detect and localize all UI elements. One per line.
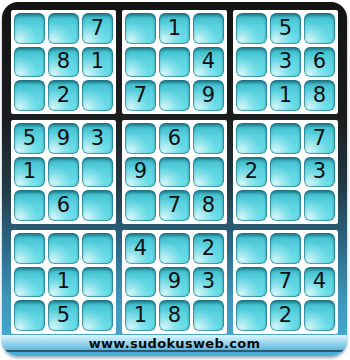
cell-r9c6[interactable] <box>193 300 224 331</box>
cell-r8c7[interactable] <box>236 267 267 298</box>
cell-r7c6[interactable]: 2 <box>193 233 224 264</box>
cell-r3c5[interactable] <box>159 80 190 111</box>
sudoku-box-3-2: 429318 <box>122 230 227 334</box>
cell-r5c6[interactable] <box>193 157 224 188</box>
cell-r6c6[interactable]: 8 <box>193 190 224 221</box>
cell-r2c1[interactable] <box>14 47 45 78</box>
cell-r8c1[interactable] <box>14 267 45 298</box>
cell-r2c3[interactable]: 1 <box>82 47 113 78</box>
cell-r3c7[interactable] <box>236 80 267 111</box>
cell-r5c9[interactable]: 3 <box>304 157 335 188</box>
cell-r3c9[interactable]: 8 <box>304 80 335 111</box>
cell-r4c9[interactable]: 7 <box>304 123 335 154</box>
sudoku-box-2-1: 59316 <box>11 120 116 224</box>
cell-r1c3[interactable]: 7 <box>82 13 113 44</box>
watermark-text: www.sudokusweb.com <box>89 336 261 351</box>
cell-r1c6[interactable] <box>193 13 224 44</box>
cell-r4c3[interactable]: 3 <box>82 123 113 154</box>
sudoku-box-3-1: 15 <box>11 230 116 334</box>
cell-r6c8[interactable] <box>270 190 301 221</box>
sudoku-grid: 781214795361859316697872315429318742 <box>11 10 338 334</box>
cell-r5c3[interactable] <box>82 157 113 188</box>
cell-r7c2[interactable] <box>48 233 79 264</box>
cell-r1c1[interactable] <box>14 13 45 44</box>
cell-r8c6[interactable]: 3 <box>193 267 224 298</box>
cell-r1c2[interactable] <box>48 13 79 44</box>
cell-r2c6[interactable]: 4 <box>193 47 224 78</box>
cell-r7c7[interactable] <box>236 233 267 264</box>
cell-r9c7[interactable] <box>236 300 267 331</box>
cell-r1c5[interactable]: 1 <box>159 13 190 44</box>
cell-r3c8[interactable]: 1 <box>270 80 301 111</box>
cell-r2c5[interactable] <box>159 47 190 78</box>
sudoku-box-1-1: 7812 <box>11 10 116 114</box>
cell-r5c5[interactable] <box>159 157 190 188</box>
cell-r7c4[interactable]: 4 <box>125 233 156 264</box>
cell-r8c2[interactable]: 1 <box>48 267 79 298</box>
cell-r4c1[interactable]: 5 <box>14 123 45 154</box>
cell-r6c3[interactable] <box>82 190 113 221</box>
cell-r2c8[interactable]: 3 <box>270 47 301 78</box>
sudoku-box-3-3: 742 <box>233 230 338 334</box>
cell-r9c1[interactable] <box>14 300 45 331</box>
cell-r5c2[interactable] <box>48 157 79 188</box>
cell-r4c4[interactable] <box>125 123 156 154</box>
cell-r5c4[interactable]: 9 <box>125 157 156 188</box>
sudoku-box-1-2: 1479 <box>122 10 227 114</box>
cell-r6c7[interactable] <box>236 190 267 221</box>
cell-r1c7[interactable] <box>236 13 267 44</box>
cell-r1c9[interactable] <box>304 13 335 44</box>
cell-r8c4[interactable] <box>125 267 156 298</box>
cell-r5c1[interactable]: 1 <box>14 157 45 188</box>
cell-r1c8[interactable]: 5 <box>270 13 301 44</box>
cell-r6c1[interactable] <box>14 190 45 221</box>
cell-r6c9[interactable] <box>304 190 335 221</box>
cell-r7c3[interactable] <box>82 233 113 264</box>
cell-r8c3[interactable] <box>82 267 113 298</box>
cell-r4c8[interactable] <box>270 123 301 154</box>
sudoku-box-2-3: 723 <box>233 120 338 224</box>
cell-r4c7[interactable] <box>236 123 267 154</box>
cell-r3c4[interactable]: 7 <box>125 80 156 111</box>
cell-r4c6[interactable] <box>193 123 224 154</box>
cell-r3c3[interactable] <box>82 80 113 111</box>
cell-r9c5[interactable]: 8 <box>159 300 190 331</box>
cell-r4c5[interactable]: 6 <box>159 123 190 154</box>
cell-r9c9[interactable] <box>304 300 335 331</box>
cell-r2c2[interactable]: 8 <box>48 47 79 78</box>
cell-r6c4[interactable] <box>125 190 156 221</box>
cell-r7c1[interactable] <box>14 233 45 264</box>
cell-r3c2[interactable]: 2 <box>48 80 79 111</box>
cell-r8c5[interactable]: 9 <box>159 267 190 298</box>
watermark-bar: www.sudokusweb.com <box>2 335 347 352</box>
cell-r8c8[interactable]: 7 <box>270 267 301 298</box>
cell-r7c5[interactable] <box>159 233 190 264</box>
cell-r7c9[interactable] <box>304 233 335 264</box>
cell-r4c2[interactable]: 9 <box>48 123 79 154</box>
cell-r2c9[interactable]: 6 <box>304 47 335 78</box>
cell-r9c3[interactable] <box>82 300 113 331</box>
cell-r9c2[interactable]: 5 <box>48 300 79 331</box>
sudoku-box-2-2: 6978 <box>122 120 227 224</box>
cell-r9c8[interactable]: 2 <box>270 300 301 331</box>
cell-r1c4[interactable] <box>125 13 156 44</box>
cell-r7c8[interactable] <box>270 233 301 264</box>
cell-r2c7[interactable] <box>236 47 267 78</box>
cell-r2c4[interactable] <box>125 47 156 78</box>
cell-r8c9[interactable]: 4 <box>304 267 335 298</box>
cell-r3c6[interactable]: 9 <box>193 80 224 111</box>
cell-r5c7[interactable]: 2 <box>236 157 267 188</box>
cell-r9c4[interactable]: 1 <box>125 300 156 331</box>
cell-r6c2[interactable]: 6 <box>48 190 79 221</box>
cell-r3c1[interactable] <box>14 80 45 111</box>
cell-r6c5[interactable]: 7 <box>159 190 190 221</box>
sudoku-box-1-3: 53618 <box>233 10 338 114</box>
sudoku-board: 781214795361859316697872315429318742 www… <box>2 2 347 356</box>
cell-r5c8[interactable] <box>270 157 301 188</box>
